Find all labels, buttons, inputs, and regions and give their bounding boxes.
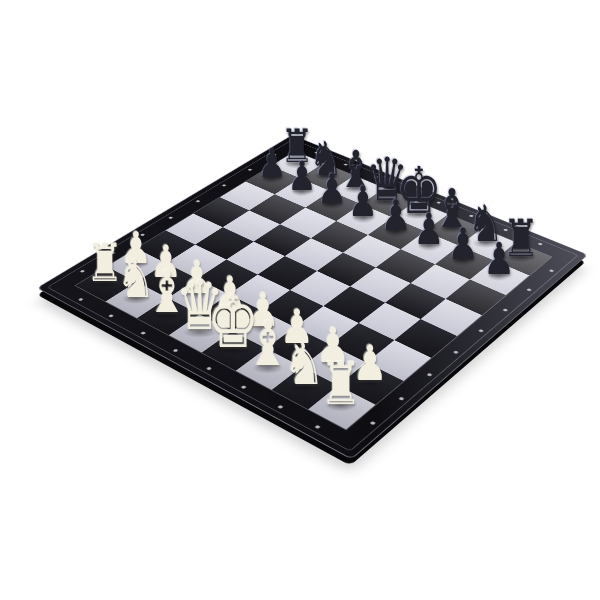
chess-board — [37, 135, 588, 460]
board-squares — [76, 151, 551, 429]
product-photo: ♜♞♝♛♚♝♞♜♟♟♟♟♟♟♟♟♟♟♟♟♟♟♟♟♜♞♝♛♚♝♞♜ — [0, 0, 600, 600]
